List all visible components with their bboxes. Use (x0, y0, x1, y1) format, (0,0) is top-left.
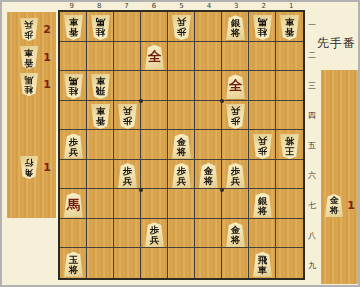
board-cell[interactable] (276, 101, 303, 131)
piece-glyph: 車 (25, 48, 34, 58)
piece-glyph: 歩 (177, 166, 186, 176)
board-cell[interactable] (168, 71, 195, 101)
piece-glyph: 飛 (96, 86, 105, 96)
piece-glyph: 将 (258, 206, 267, 216)
piece-glyph: 車 (69, 17, 78, 27)
piece-glyph: 銀 (231, 18, 240, 28)
board-cell[interactable] (87, 160, 114, 190)
piece-glyph: 香 (69, 27, 78, 37)
board-cell[interactable] (195, 189, 222, 219)
piece-glyph: 歩 (231, 166, 240, 176)
file-label: 2 (250, 2, 277, 10)
hoshi-dot (139, 188, 143, 192)
file-label: 3 (223, 2, 250, 10)
board-cell[interactable] (87, 219, 114, 249)
board-cell[interactable] (168, 189, 195, 219)
board-cell[interactable] (141, 130, 168, 160)
piece-glyph: 将 (231, 28, 240, 38)
board-cell[interactable] (195, 248, 222, 278)
piece-glyph: 歩 (25, 30, 34, 40)
hand-count: 1 (40, 161, 54, 174)
piece-glyph: 歩 (231, 116, 240, 126)
board-cell[interactable] (60, 160, 87, 190)
piece-glyph: 兵 (258, 136, 267, 146)
shogi-piece-歩兵[interactable]: 歩兵 (19, 18, 39, 41)
piece-glyph: 兵 (177, 17, 186, 27)
sente-hand-tray: 金将1歩兵7 (321, 70, 358, 284)
board-cell[interactable] (222, 42, 249, 72)
shogi-piece-角行[interactable]: 角行 (19, 156, 39, 179)
piece-glyph: 兵 (177, 176, 186, 186)
rank-label: 七 (306, 190, 318, 220)
board-cell[interactable] (276, 42, 303, 72)
piece-glyph: 桂 (25, 85, 34, 95)
rank-label: 六 (306, 160, 318, 190)
board-cell[interactable] (60, 42, 87, 72)
board-cell[interactable] (249, 101, 276, 131)
rank-label: 四 (306, 100, 318, 130)
piece-glyph: 将 (69, 265, 78, 275)
board-cell[interactable] (168, 42, 195, 72)
board-cell[interactable] (168, 219, 195, 249)
piece-glyph: 将 (177, 147, 186, 157)
hoshi-dot (139, 99, 143, 103)
rank-label: 五 (306, 130, 318, 160)
board-cell[interactable] (195, 101, 222, 131)
piece-glyph: 歩 (177, 27, 186, 37)
board-cell[interactable] (141, 248, 168, 278)
board-cell[interactable] (168, 101, 195, 131)
board-cell[interactable] (249, 71, 276, 101)
piece-glyph: 馬 (96, 17, 105, 27)
piece-glyph: 兵 (69, 147, 78, 157)
piece-glyph: 将 (330, 206, 339, 216)
piece-glyph: 全 (229, 75, 243, 97)
piece-glyph: 車 (96, 106, 105, 116)
board-cell[interactable] (195, 130, 222, 160)
shogi-piece-桂馬[interactable]: 桂馬 (19, 73, 39, 96)
board-cell[interactable] (276, 71, 303, 101)
board-cell[interactable] (141, 160, 168, 190)
board-cell[interactable] (114, 71, 141, 101)
piece-glyph: 歩 (123, 166, 132, 176)
rank-label: 九 (306, 250, 318, 280)
piece-glyph: 歩 (123, 116, 132, 126)
piece-glyph: 金 (177, 137, 186, 147)
piece-glyph: 兵 (123, 176, 132, 186)
file-label: 6 (140, 2, 167, 10)
board-cell[interactable] (87, 130, 114, 160)
hand-count: 1 (40, 51, 54, 64)
piece-glyph: 兵 (150, 235, 159, 245)
piece-glyph: 馬 (25, 75, 34, 85)
piece-glyph: 全 (148, 46, 162, 68)
hand-count: 1 (40, 78, 54, 91)
piece-glyph: 金 (204, 166, 213, 176)
piece-glyph: 香 (285, 27, 294, 37)
file-label: 4 (195, 2, 222, 10)
piece-glyph: 王 (285, 146, 294, 156)
board-cell[interactable] (195, 219, 222, 249)
file-label: 5 (168, 2, 195, 10)
hand-count: 1 (344, 199, 358, 212)
piece-glyph: 兵 (123, 106, 132, 116)
piece-glyph: 兵 (231, 176, 240, 186)
board-cell[interactable] (87, 42, 114, 72)
piece-glyph: 銀 (258, 196, 267, 206)
board-cell[interactable] (141, 189, 168, 219)
board-cell[interactable] (141, 12, 168, 42)
hoshi-dot (220, 99, 224, 103)
piece-glyph: 車 (285, 17, 294, 27)
board-cell[interactable] (195, 42, 222, 72)
piece-glyph: 馬 (258, 17, 267, 27)
piece-glyph: 兵 (25, 20, 34, 30)
board-cell[interactable] (141, 71, 168, 101)
board-cell[interactable] (114, 189, 141, 219)
board-cell[interactable] (276, 248, 303, 278)
turn-indicator: 先手番 (317, 35, 356, 52)
gote-hand-tray: 歩兵2香車1桂馬1角行1 (7, 12, 56, 218)
piece-glyph: 馬 (69, 76, 78, 86)
hoshi-dot (220, 188, 224, 192)
piece-glyph: 桂 (96, 27, 105, 37)
board-cell[interactable] (276, 160, 303, 190)
file-label: 9 (58, 2, 85, 10)
board-cell[interactable] (249, 160, 276, 190)
rank-label: 三 (306, 70, 318, 100)
piece-glyph: 将 (231, 235, 240, 245)
board-cell[interactable] (276, 189, 303, 219)
file-label: 8 (85, 2, 112, 10)
shogi-piece-香車[interactable]: 香車 (19, 46, 39, 69)
piece-glyph: 桂 (69, 86, 78, 96)
piece-glyph: 金 (231, 225, 240, 235)
hand-count: 2 (40, 23, 54, 36)
piece-glyph: 玉 (69, 255, 78, 265)
shogi-piece-金将[interactable]: 金将 (324, 194, 344, 217)
piece-glyph: 歩 (150, 225, 159, 235)
board-cell[interactable] (222, 130, 249, 160)
board-cell[interactable] (87, 189, 114, 219)
board-cell[interactable] (60, 101, 87, 131)
board-cell[interactable] (249, 42, 276, 72)
board-cell[interactable] (222, 189, 249, 219)
board-cell[interactable] (276, 219, 303, 249)
board-cell[interactable] (114, 12, 141, 42)
piece-glyph: 車 (96, 76, 105, 86)
file-label: 1 (278, 2, 305, 10)
board-cell[interactable] (114, 42, 141, 72)
piece-glyph: 歩 (69, 137, 78, 147)
board-cell[interactable] (87, 248, 114, 278)
board-cell[interactable] (195, 71, 222, 101)
rank-label: 八 (306, 220, 318, 250)
board-cell[interactable] (141, 101, 168, 131)
piece-glyph: 将 (285, 136, 294, 146)
piece-glyph: 将 (204, 176, 213, 186)
piece-glyph: 車 (258, 265, 267, 275)
piece-glyph: 桂 (258, 27, 267, 37)
board-cell[interactable] (168, 248, 195, 278)
piece-glyph: 歩 (258, 146, 267, 156)
board-cell[interactable] (114, 248, 141, 278)
board-cell[interactable] (222, 248, 249, 278)
shogi-app-window: 987654321 一二三四五六七八九 香車桂馬歩兵銀将桂馬香車全桂馬飛車全香車… (0, 0, 360, 287)
piece-glyph: 兵 (231, 106, 240, 116)
piece-glyph: 香 (96, 116, 105, 126)
board-cell[interactable] (249, 219, 276, 249)
piece-glyph: 飛 (258, 255, 267, 265)
board-cell[interactable] (195, 12, 222, 42)
board-cell[interactable] (114, 219, 141, 249)
piece-glyph: 馬 (67, 194, 81, 216)
file-label: 7 (113, 2, 140, 10)
shogi-board: 香車桂馬歩兵銀将桂馬香車全桂馬飛車全香車歩兵歩兵歩兵金将歩兵王将歩兵歩兵金将歩兵… (58, 10, 305, 280)
file-labels: 987654321 (58, 2, 305, 10)
board-cell[interactable] (60, 219, 87, 249)
board-cell[interactable] (114, 130, 141, 160)
piece-glyph: 行 (25, 158, 34, 168)
